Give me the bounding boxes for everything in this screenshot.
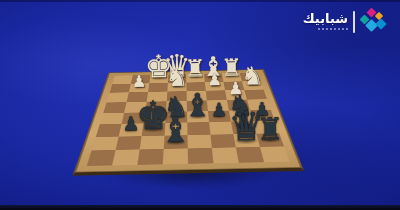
shbabbek-logo: شبابيك bbox=[303, 8, 392, 36]
diamond-cyan-right bbox=[375, 18, 386, 29]
white-knight[interactable]: ♞ bbox=[241, 63, 264, 89]
square-r6c1[interactable] bbox=[116, 136, 142, 150]
bottom-edge-strip bbox=[0, 205, 400, 210]
square-r5c0[interactable] bbox=[96, 124, 122, 137]
square-r7c0[interactable] bbox=[87, 150, 116, 166]
square-r7c4[interactable] bbox=[188, 148, 214, 164]
white-rook[interactable]: ♜ bbox=[221, 57, 242, 81]
logo-text-block: شبابيك bbox=[303, 11, 348, 30]
black-rook[interactable]: ♜ bbox=[256, 115, 284, 146]
square-r2c0[interactable] bbox=[107, 92, 129, 102]
logo-tagline-dots bbox=[318, 28, 348, 30]
square-r7c2[interactable] bbox=[137, 149, 163, 165]
black-pawn[interactable]: ♟ bbox=[211, 101, 228, 120]
logo-separator-bar bbox=[353, 11, 355, 33]
square-r7c1[interactable] bbox=[112, 150, 140, 166]
white-pawn[interactable]: ♟ bbox=[132, 74, 147, 91]
chess-scene: ♚♛♜♝♜♟♞♟♞♟♞♝♟♞♟♟♚♟♝♛♜ شبابيك bbox=[0, 0, 400, 210]
logo-wordmark: شبابيك bbox=[303, 11, 348, 26]
square-r7c3[interactable] bbox=[163, 149, 188, 165]
square-r6c0[interactable] bbox=[91, 136, 118, 150]
black-bishop[interactable]: ♝ bbox=[160, 113, 192, 149]
shbabbek-diamonds-icon bbox=[360, 8, 392, 36]
square-r4c0[interactable] bbox=[100, 113, 125, 125]
